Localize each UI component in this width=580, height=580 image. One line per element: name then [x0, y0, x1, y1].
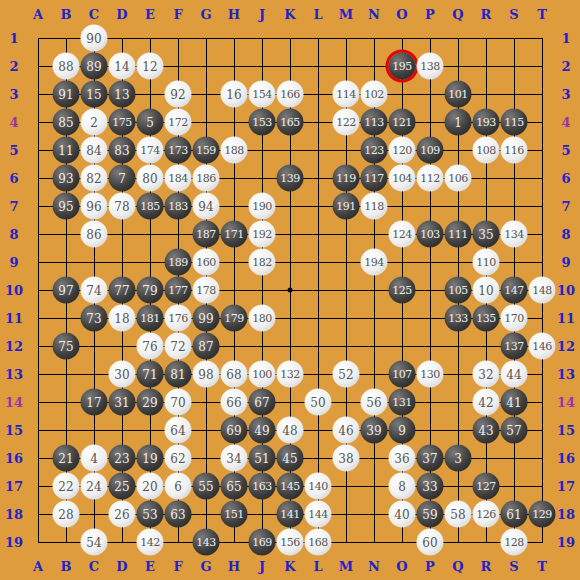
- stone-S8: 134: [501, 221, 528, 248]
- move-number: 82: [86, 172, 101, 184]
- stone-S14: 41: [501, 389, 528, 416]
- stone-G7: 94: [193, 193, 220, 220]
- move-number: 83: [114, 144, 129, 156]
- move-number: 50: [310, 396, 325, 408]
- row-label-left-5: 5: [9, 144, 18, 157]
- move-number: 187: [196, 229, 216, 240]
- move-number: 108: [476, 145, 496, 156]
- stone-B10: 97: [53, 277, 80, 304]
- stone-E10: 79: [137, 277, 164, 304]
- stone-C16: 4: [81, 445, 108, 472]
- col-label-top-S: S: [509, 8, 518, 21]
- move-number: 3: [454, 452, 462, 464]
- move-number: 30: [114, 368, 129, 380]
- stone-B6: 93: [53, 165, 80, 192]
- col-label-bottom-L: L: [313, 560, 322, 573]
- move-number: 59: [422, 508, 437, 520]
- stone-S4: 115: [501, 109, 528, 136]
- move-number: 177: [168, 285, 188, 296]
- stone-B16: 21: [53, 445, 80, 472]
- move-number: 38: [338, 452, 353, 464]
- stone-S13: 44: [501, 361, 528, 388]
- col-label-top-Q: Q: [452, 8, 463, 21]
- stone-S11: 170: [501, 305, 528, 332]
- move-number: 101: [448, 89, 468, 100]
- col-label-bottom-A: A: [33, 560, 43, 573]
- move-number: 113: [364, 117, 384, 128]
- move-number: 133: [448, 313, 468, 324]
- move-number: 171: [224, 229, 244, 240]
- col-label-bottom-S: S: [509, 560, 518, 573]
- stone-J9: 182: [249, 249, 276, 276]
- move-number: 140: [308, 481, 328, 492]
- stone-Q8: 111: [445, 221, 472, 248]
- stone-N4: 113: [361, 109, 388, 136]
- move-number: 13: [114, 88, 129, 100]
- col-label-top-C: C: [89, 8, 99, 21]
- move-number: 87: [198, 340, 213, 352]
- move-number: 76: [142, 340, 157, 352]
- move-number: 92: [170, 88, 185, 100]
- stone-N3: 102: [361, 81, 388, 108]
- move-number: 110: [476, 257, 496, 268]
- stone-R8: 35: [473, 221, 500, 248]
- move-number: 9: [398, 424, 406, 436]
- stone-R4: 193: [473, 109, 500, 136]
- col-label-bottom-C: C: [89, 560, 99, 573]
- row-label-right-14: 14: [557, 396, 575, 409]
- col-label-top-D: D: [116, 8, 127, 21]
- move-number: 128: [504, 537, 524, 548]
- stone-L18: 144: [305, 501, 332, 528]
- move-number: 35: [478, 228, 493, 240]
- stone-Q4: 1: [445, 109, 472, 136]
- move-number: 5: [146, 116, 154, 128]
- row-label-left-16: 16: [5, 452, 23, 465]
- col-label-bottom-B: B: [61, 560, 72, 573]
- row-label-right-18: 18: [557, 508, 575, 521]
- row-label-right-11: 11: [557, 312, 575, 325]
- move-number: 53: [142, 508, 157, 520]
- move-number: 117: [364, 173, 384, 184]
- row-label-right-1: 1: [561, 32, 570, 45]
- move-number: 183: [168, 201, 188, 212]
- move-number: 22: [58, 480, 73, 492]
- move-number: 121: [392, 117, 412, 128]
- stone-F4: 172: [165, 109, 192, 136]
- stone-H8: 171: [221, 221, 248, 248]
- move-number: 24: [86, 480, 101, 492]
- stone-F12: 72: [165, 333, 192, 360]
- col-label-top-O: O: [396, 8, 407, 21]
- stone-J8: 192: [249, 221, 276, 248]
- move-number: 16: [226, 88, 241, 100]
- stone-N5: 123: [361, 137, 388, 164]
- stone-E12: 76: [137, 333, 164, 360]
- move-number: 184: [168, 173, 188, 184]
- row-label-left-10: 10: [5, 284, 23, 297]
- row-label-left-17: 17: [5, 480, 23, 493]
- stone-J14: 67: [249, 389, 276, 416]
- move-number: 95: [58, 200, 73, 212]
- stone-M4: 122: [333, 109, 360, 136]
- stone-S18: 61: [501, 501, 528, 528]
- stone-E6: 80: [137, 165, 164, 192]
- move-number: 112: [420, 173, 440, 184]
- stone-C7: 96: [81, 193, 108, 220]
- col-label-top-B: B: [61, 8, 72, 21]
- col-label-top-H: H: [228, 8, 240, 21]
- stone-C2: 89: [81, 53, 108, 80]
- stone-S5: 116: [501, 137, 528, 164]
- stone-N6: 117: [361, 165, 388, 192]
- col-label-top-R: R: [481, 8, 492, 21]
- move-number: 129: [532, 509, 552, 520]
- move-number: 42: [478, 396, 493, 408]
- row-label-left-2: 2: [9, 60, 18, 73]
- move-number: 84: [86, 144, 101, 156]
- move-number: 63: [170, 508, 185, 520]
- stone-H5: 188: [221, 137, 248, 164]
- move-number: 122: [336, 117, 356, 128]
- move-number: 100: [252, 369, 272, 380]
- row-label-left-8: 8: [9, 228, 18, 241]
- stone-Q10: 105: [445, 277, 472, 304]
- stone-F13: 81: [165, 361, 192, 388]
- stone-O15: 9: [389, 417, 416, 444]
- stone-D14: 31: [109, 389, 136, 416]
- row-label-right-10: 10: [557, 284, 575, 297]
- move-number: 67: [254, 396, 269, 408]
- stone-G8: 187: [193, 221, 220, 248]
- stone-R18: 126: [473, 501, 500, 528]
- row-label-left-11: 11: [5, 312, 23, 325]
- move-number: 97: [58, 284, 73, 296]
- stone-P2: 138: [417, 53, 444, 80]
- stone-H3: 16: [221, 81, 248, 108]
- stone-T10: 148: [529, 277, 556, 304]
- stone-M13: 52: [333, 361, 360, 388]
- move-number: 1: [454, 116, 462, 128]
- move-number: 106: [448, 173, 468, 184]
- move-number: 175: [112, 117, 132, 128]
- row-label-left-14: 14: [5, 396, 23, 409]
- stone-D13: 30: [109, 361, 136, 388]
- stone-E13: 71: [137, 361, 164, 388]
- move-number: 11: [58, 144, 73, 156]
- stone-O4: 121: [389, 109, 416, 136]
- stone-C14: 17: [81, 389, 108, 416]
- move-number: 8: [398, 480, 406, 492]
- move-number: 132: [280, 369, 300, 380]
- stone-O16: 36: [389, 445, 416, 472]
- move-number: 90: [86, 32, 101, 44]
- move-number: 44: [506, 368, 521, 380]
- move-number: 64: [170, 424, 185, 436]
- stone-K16: 45: [277, 445, 304, 472]
- move-number: 29: [142, 396, 157, 408]
- col-label-top-L: L: [313, 8, 322, 21]
- move-number: 144: [308, 509, 328, 520]
- stone-E2: 12: [137, 53, 164, 80]
- move-number: 115: [504, 117, 524, 128]
- move-number: 179: [224, 313, 244, 324]
- stone-D10: 77: [109, 277, 136, 304]
- move-number: 168: [308, 537, 328, 548]
- stone-B2: 88: [53, 53, 80, 80]
- move-number: 134: [504, 229, 524, 240]
- move-number: 52: [338, 368, 353, 380]
- move-number: 71: [142, 368, 157, 380]
- stone-D4: 175: [109, 109, 136, 136]
- row-label-left-3: 3: [9, 88, 18, 101]
- stone-T12: 146: [529, 333, 556, 360]
- stone-N14: 56: [361, 389, 388, 416]
- stone-G17: 55: [193, 473, 220, 500]
- move-number: 69: [226, 424, 241, 436]
- stone-F5: 173: [165, 137, 192, 164]
- move-number: 31: [114, 396, 129, 408]
- move-number: 54: [86, 536, 101, 548]
- move-number: 77: [114, 284, 129, 296]
- move-number: 21: [58, 452, 73, 464]
- move-number: 145: [280, 481, 300, 492]
- row-label-right-3: 3: [561, 88, 570, 101]
- move-number: 120: [392, 145, 412, 156]
- row-label-left-7: 7: [9, 200, 18, 213]
- stone-G12: 87: [193, 333, 220, 360]
- col-label-top-E: E: [145, 8, 155, 21]
- stone-N9: 194: [361, 249, 388, 276]
- stone-G6: 186: [193, 165, 220, 192]
- row-label-left-15: 15: [5, 424, 23, 437]
- stone-K4: 165: [277, 109, 304, 136]
- move-number: 62: [170, 452, 185, 464]
- stone-R10: 10: [473, 277, 500, 304]
- stone-E11: 181: [137, 305, 164, 332]
- stone-J19: 169: [249, 529, 276, 556]
- move-number: 98: [198, 368, 213, 380]
- stone-H11: 179: [221, 305, 248, 332]
- move-number: 23: [114, 452, 129, 464]
- stone-Q6: 106: [445, 165, 472, 192]
- move-number: 56: [366, 396, 381, 408]
- col-label-bottom-R: R: [481, 560, 492, 573]
- stone-D17: 25: [109, 473, 136, 500]
- stone-P8: 103: [417, 221, 444, 248]
- move-number: 119: [336, 173, 356, 184]
- row-label-right-13: 13: [557, 368, 575, 381]
- move-number: 176: [168, 313, 188, 324]
- move-number: 142: [140, 537, 160, 548]
- stone-L17: 140: [305, 473, 332, 500]
- move-number: 73: [86, 312, 101, 324]
- move-number: 170: [504, 313, 524, 324]
- stone-G9: 160: [193, 249, 220, 276]
- stone-M6: 119: [333, 165, 360, 192]
- move-number: 163: [252, 481, 272, 492]
- stone-O14: 131: [389, 389, 416, 416]
- move-number: 166: [280, 89, 300, 100]
- row-label-right-8: 8: [561, 228, 570, 241]
- stone-J11: 180: [249, 305, 276, 332]
- move-number: 46: [338, 424, 353, 436]
- stone-F18: 63: [165, 501, 192, 528]
- stone-F14: 70: [165, 389, 192, 416]
- stone-F15: 64: [165, 417, 192, 444]
- stone-P16: 37: [417, 445, 444, 472]
- move-number: 72: [170, 340, 185, 352]
- move-number: 74: [86, 284, 101, 296]
- stone-O10: 125: [389, 277, 416, 304]
- stone-E17: 20: [137, 473, 164, 500]
- stone-Q11: 133: [445, 305, 472, 332]
- move-number: 165: [280, 117, 300, 128]
- move-number: 137: [504, 341, 524, 352]
- stone-R5: 108: [473, 137, 500, 164]
- row-label-right-5: 5: [561, 144, 570, 157]
- col-label-bottom-K: K: [284, 560, 295, 573]
- move-number: 186: [196, 173, 216, 184]
- move-number: 174: [140, 145, 160, 156]
- stone-S15: 57: [501, 417, 528, 444]
- stone-D16: 23: [109, 445, 136, 472]
- stone-H18: 151: [221, 501, 248, 528]
- move-number: 55: [198, 480, 213, 492]
- stone-M7: 191: [333, 193, 360, 220]
- col-label-bottom-P: P: [425, 560, 435, 573]
- move-number: 192: [252, 229, 272, 240]
- col-label-top-A: A: [33, 8, 43, 21]
- stone-O5: 120: [389, 137, 416, 164]
- stone-O13: 107: [389, 361, 416, 388]
- stone-D2: 14: [109, 53, 136, 80]
- stone-E19: 142: [137, 529, 164, 556]
- move-number: 68: [226, 368, 241, 380]
- stone-P19: 60: [417, 529, 444, 556]
- move-number: 6: [174, 480, 182, 492]
- stone-P13: 130: [417, 361, 444, 388]
- col-label-top-G: G: [200, 8, 211, 21]
- move-number: 33: [422, 480, 437, 492]
- move-number: 156: [280, 537, 300, 548]
- stone-R17: 127: [473, 473, 500, 500]
- move-number: 48: [282, 424, 297, 436]
- move-number: 70: [170, 396, 185, 408]
- col-label-bottom-G: G: [200, 560, 211, 573]
- move-number: 49: [254, 424, 269, 436]
- move-number: 169: [252, 537, 272, 548]
- stone-O18: 40: [389, 501, 416, 528]
- row-label-left-12: 12: [5, 340, 23, 353]
- row-label-left-1: 1: [9, 32, 18, 45]
- move-number: 40: [394, 508, 409, 520]
- stone-F17: 6: [165, 473, 192, 500]
- move-number: 105: [448, 285, 468, 296]
- move-number: 51: [254, 452, 269, 464]
- move-number: 185: [140, 201, 160, 212]
- move-number: 25: [114, 480, 129, 492]
- move-number: 65: [226, 480, 241, 492]
- stone-B17: 22: [53, 473, 80, 500]
- stone-B12: 75: [53, 333, 80, 360]
- stone-K18: 141: [277, 501, 304, 528]
- stone-P5: 109: [417, 137, 444, 164]
- stone-R15: 43: [473, 417, 500, 444]
- stone-J13: 100: [249, 361, 276, 388]
- move-number: 189: [168, 257, 188, 268]
- col-label-top-P: P: [425, 8, 435, 21]
- move-number: 36: [394, 452, 409, 464]
- col-label-bottom-T: T: [537, 560, 547, 573]
- move-number: 141: [280, 509, 300, 520]
- move-number: 28: [58, 508, 73, 520]
- stone-J15: 49: [249, 417, 276, 444]
- stone-G10: 178: [193, 277, 220, 304]
- col-label-bottom-J: J: [259, 560, 265, 573]
- row-label-left-18: 18: [5, 508, 23, 521]
- move-number: 193: [476, 117, 496, 128]
- stone-H13: 68: [221, 361, 248, 388]
- stone-M16: 38: [333, 445, 360, 472]
- stone-R13: 32: [473, 361, 500, 388]
- row-label-right-15: 15: [557, 424, 575, 437]
- move-number: 114: [336, 89, 356, 100]
- stone-H14: 66: [221, 389, 248, 416]
- move-number: 85: [58, 116, 73, 128]
- stone-J16: 51: [249, 445, 276, 472]
- move-number: 148: [532, 285, 552, 296]
- stone-C19: 54: [81, 529, 108, 556]
- stone-F9: 189: [165, 249, 192, 276]
- stone-K13: 132: [277, 361, 304, 388]
- move-number: 190: [252, 201, 272, 212]
- stone-E16: 19: [137, 445, 164, 472]
- move-number: 18: [114, 312, 129, 324]
- stone-B7: 95: [53, 193, 80, 220]
- stone-S10: 147: [501, 277, 528, 304]
- move-number: 2: [90, 116, 98, 128]
- stone-D18: 26: [109, 501, 136, 528]
- stone-C1: 90: [81, 25, 108, 52]
- move-number: 143: [196, 537, 216, 548]
- row-label-right-4: 4: [561, 116, 570, 129]
- move-number: 178: [196, 285, 216, 296]
- move-number: 41: [506, 396, 521, 408]
- col-label-bottom-M: M: [339, 560, 353, 573]
- stone-C10: 74: [81, 277, 108, 304]
- stone-L14: 50: [305, 389, 332, 416]
- col-label-bottom-O: O: [396, 560, 407, 573]
- col-label-bottom-E: E: [145, 560, 155, 573]
- stone-H17: 65: [221, 473, 248, 500]
- stone-D5: 83: [109, 137, 136, 164]
- move-number: 26: [114, 508, 129, 520]
- move-number: 15: [86, 88, 101, 100]
- stone-O17: 8: [389, 473, 416, 500]
- stone-F6: 184: [165, 165, 192, 192]
- move-number: 89: [86, 60, 101, 72]
- col-label-top-K: K: [284, 8, 295, 21]
- move-number: 125: [392, 285, 412, 296]
- stone-K19: 156: [277, 529, 304, 556]
- move-number: 4: [90, 452, 98, 464]
- move-number: 104: [392, 173, 412, 184]
- move-number: 111: [448, 229, 468, 240]
- move-number: 43: [478, 424, 493, 436]
- stone-O6: 104: [389, 165, 416, 192]
- stone-J4: 153: [249, 109, 276, 136]
